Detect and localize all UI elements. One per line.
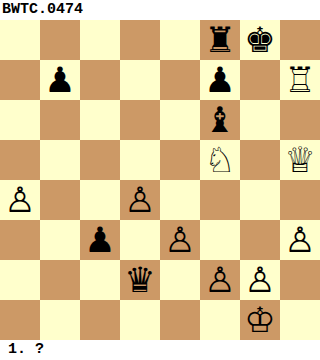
piece-black-pawn: ♟ <box>84 220 115 260</box>
square-g1[interactable]: ♔ <box>240 300 280 340</box>
square-h3[interactable]: ♙ <box>280 220 320 260</box>
piece-white-queen: ♕ <box>284 140 315 180</box>
square-b8[interactable] <box>40 20 80 60</box>
square-e6[interactable] <box>160 100 200 140</box>
square-b5[interactable] <box>40 140 80 180</box>
square-f1[interactable] <box>200 300 240 340</box>
square-g3[interactable] <box>240 220 280 260</box>
square-b2[interactable] <box>40 260 80 300</box>
chess-puzzle-diagram: BWTC.0474 ♜♚♟♟♖♝♘♕♙♙♟♙♙♛♙♙♔ 1. ? <box>0 0 320 360</box>
square-c5[interactable] <box>80 140 120 180</box>
piece-white-pawn: ♙ <box>284 220 315 260</box>
piece-white-king: ♔ <box>244 300 275 340</box>
square-a4[interactable]: ♙ <box>0 180 40 220</box>
square-g8[interactable]: ♚ <box>240 20 280 60</box>
square-f3[interactable] <box>200 220 240 260</box>
square-d7[interactable] <box>120 60 160 100</box>
square-f7[interactable]: ♟ <box>200 60 240 100</box>
square-d6[interactable] <box>120 100 160 140</box>
square-h7[interactable]: ♖ <box>280 60 320 100</box>
square-h1[interactable] <box>280 300 320 340</box>
square-g4[interactable] <box>240 180 280 220</box>
square-a3[interactable] <box>0 220 40 260</box>
square-a1[interactable] <box>0 300 40 340</box>
square-b1[interactable] <box>40 300 80 340</box>
square-h5[interactable]: ♕ <box>280 140 320 180</box>
piece-black-queen: ♛ <box>124 260 155 300</box>
square-e7[interactable] <box>160 60 200 100</box>
square-c3[interactable]: ♟ <box>80 220 120 260</box>
piece-black-bishop: ♝ <box>204 100 235 140</box>
square-d5[interactable] <box>120 140 160 180</box>
piece-white-rook: ♖ <box>284 60 315 100</box>
square-b7[interactable]: ♟ <box>40 60 80 100</box>
square-c4[interactable] <box>80 180 120 220</box>
piece-white-pawn: ♙ <box>4 180 35 220</box>
square-f8[interactable]: ♜ <box>200 20 240 60</box>
square-f5[interactable]: ♘ <box>200 140 240 180</box>
piece-white-pawn: ♙ <box>164 220 195 260</box>
square-b3[interactable] <box>40 220 80 260</box>
square-h4[interactable] <box>280 180 320 220</box>
square-a6[interactable] <box>0 100 40 140</box>
piece-white-pawn: ♙ <box>244 260 275 300</box>
square-f2[interactable]: ♙ <box>200 260 240 300</box>
square-h8[interactable] <box>280 20 320 60</box>
square-b6[interactable] <box>40 100 80 140</box>
puzzle-id-label: BWTC.0474 <box>0 0 320 20</box>
square-e5[interactable] <box>160 140 200 180</box>
piece-white-pawn: ♙ <box>124 180 155 220</box>
square-c7[interactable] <box>80 60 120 100</box>
square-a2[interactable] <box>0 260 40 300</box>
square-b4[interactable] <box>40 180 80 220</box>
square-d8[interactable] <box>120 20 160 60</box>
square-f4[interactable] <box>200 180 240 220</box>
square-e4[interactable] <box>160 180 200 220</box>
square-a5[interactable] <box>0 140 40 180</box>
square-a8[interactable] <box>0 20 40 60</box>
square-a7[interactable] <box>0 60 40 100</box>
chess-board: ♜♚♟♟♖♝♘♕♙♙♟♙♙♛♙♙♔ <box>0 20 320 340</box>
square-g2[interactable]: ♙ <box>240 260 280 300</box>
square-g5[interactable] <box>240 140 280 180</box>
square-d1[interactable] <box>120 300 160 340</box>
square-g7[interactable] <box>240 60 280 100</box>
piece-white-pawn: ♙ <box>204 260 235 300</box>
square-f6[interactable]: ♝ <box>200 100 240 140</box>
piece-black-rook: ♜ <box>204 20 235 60</box>
square-c2[interactable] <box>80 260 120 300</box>
piece-white-knight: ♘ <box>204 140 235 180</box>
piece-black-pawn: ♟ <box>44 60 75 100</box>
move-prompt: 1. ? <box>0 340 320 360</box>
square-h6[interactable] <box>280 100 320 140</box>
square-c1[interactable] <box>80 300 120 340</box>
square-d2[interactable]: ♛ <box>120 260 160 300</box>
square-e1[interactable] <box>160 300 200 340</box>
square-c8[interactable] <box>80 20 120 60</box>
square-e8[interactable] <box>160 20 200 60</box>
square-d4[interactable]: ♙ <box>120 180 160 220</box>
piece-black-pawn: ♟ <box>204 60 235 100</box>
square-h2[interactable] <box>280 260 320 300</box>
square-e2[interactable] <box>160 260 200 300</box>
square-e3[interactable]: ♙ <box>160 220 200 260</box>
square-d3[interactable] <box>120 220 160 260</box>
square-c6[interactable] <box>80 100 120 140</box>
square-g6[interactable] <box>240 100 280 140</box>
piece-black-king: ♚ <box>244 20 275 60</box>
